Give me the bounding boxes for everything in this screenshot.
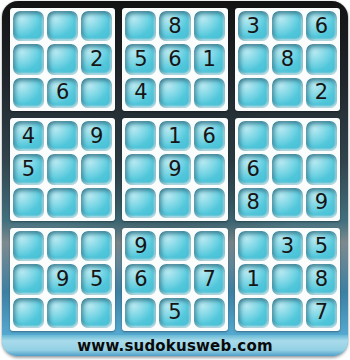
cell-r3c1[interactable]	[13, 78, 44, 108]
cell-r8c3[interactable]: 5	[81, 264, 112, 294]
cell-r9c4[interactable]	[125, 298, 156, 328]
block-2-2: 169	[122, 118, 227, 221]
cell-r6c1[interactable]	[13, 188, 44, 218]
cell-r9c5[interactable]: 5	[159, 298, 190, 328]
cell-r1c2[interactable]	[47, 11, 78, 41]
cell-r7c2[interactable]	[47, 231, 78, 261]
cell-r4c9[interactable]	[306, 121, 337, 151]
cell-r1c4[interactable]	[125, 11, 156, 41]
cell-r7c1[interactable]	[13, 231, 44, 261]
cell-r3c4[interactable]: 4	[125, 78, 156, 108]
cell-r6c6[interactable]	[194, 188, 225, 218]
cell-r9c3[interactable]	[81, 298, 112, 328]
cell-r2c6[interactable]: 1	[194, 44, 225, 74]
cell-r4c5[interactable]: 1	[159, 121, 190, 151]
sudoku-widget: 2685614368249516968995967535187 www.sudo…	[2, 1, 348, 356]
cell-r5c5[interactable]: 9	[159, 154, 190, 184]
cell-r2c1[interactable]	[13, 44, 44, 74]
cell-r9c8[interactable]	[272, 298, 303, 328]
cell-r7c3[interactable]	[81, 231, 112, 261]
cell-r9c9[interactable]: 7	[306, 298, 337, 328]
cell-r2c8[interactable]: 8	[272, 44, 303, 74]
cell-r9c6[interactable]	[194, 298, 225, 328]
cell-r3c2[interactable]: 6	[47, 78, 78, 108]
cell-r3c7[interactable]	[238, 78, 269, 108]
website-url-label: www.sudokusweb.com	[77, 337, 272, 355]
cell-r5c8[interactable]	[272, 154, 303, 184]
cell-r7c5[interactable]	[159, 231, 190, 261]
cell-r2c7[interactable]	[238, 44, 269, 74]
cell-r3c9[interactable]: 2	[306, 78, 337, 108]
cell-r8c6[interactable]: 7	[194, 264, 225, 294]
cell-r1c3[interactable]	[81, 11, 112, 41]
block-1-2: 85614	[122, 8, 227, 111]
cell-r6c8[interactable]	[272, 188, 303, 218]
cell-r2c4[interactable]: 5	[125, 44, 156, 74]
cell-r7c6[interactable]	[194, 231, 225, 261]
block-3-2: 9675	[122, 228, 227, 331]
cell-r8c5[interactable]	[159, 264, 190, 294]
block-3-3: 35187	[235, 228, 340, 331]
cell-r4c8[interactable]	[272, 121, 303, 151]
cell-r5c7[interactable]: 6	[238, 154, 269, 184]
cell-r4c7[interactable]	[238, 121, 269, 151]
cell-r4c1[interactable]: 4	[13, 121, 44, 151]
cell-r1c7[interactable]: 3	[238, 11, 269, 41]
cell-r6c2[interactable]	[47, 188, 78, 218]
block-1-1: 26	[10, 8, 115, 111]
cell-r7c7[interactable]	[238, 231, 269, 261]
cell-r1c5[interactable]: 8	[159, 11, 190, 41]
cell-r6c4[interactable]	[125, 188, 156, 218]
cell-r9c1[interactable]	[13, 298, 44, 328]
cell-r2c9[interactable]	[306, 44, 337, 74]
cell-r5c9[interactable]	[306, 154, 337, 184]
cell-r5c2[interactable]	[47, 154, 78, 184]
cell-r4c2[interactable]	[47, 121, 78, 151]
cell-r1c8[interactable]	[272, 11, 303, 41]
cell-r8c1[interactable]	[13, 264, 44, 294]
cell-r5c4[interactable]	[125, 154, 156, 184]
cell-r8c7[interactable]: 1	[238, 264, 269, 294]
block-2-1: 495	[10, 118, 115, 221]
cell-r9c7[interactable]	[238, 298, 269, 328]
cell-r7c4[interactable]: 9	[125, 231, 156, 261]
cell-r6c3[interactable]	[81, 188, 112, 218]
cell-r8c8[interactable]	[272, 264, 303, 294]
cell-r6c5[interactable]	[159, 188, 190, 218]
cell-r8c2[interactable]: 9	[47, 264, 78, 294]
sudoku-board: 2685614368249516968995967535187	[10, 8, 340, 331]
block-2-3: 689	[235, 118, 340, 221]
cell-r2c3[interactable]: 2	[81, 44, 112, 74]
cell-r5c3[interactable]	[81, 154, 112, 184]
block-3-1: 95	[10, 228, 115, 331]
cell-r8c9[interactable]: 8	[306, 264, 337, 294]
cell-r9c2[interactable]	[47, 298, 78, 328]
cell-r1c6[interactable]	[194, 11, 225, 41]
cell-r6c9[interactable]: 9	[306, 188, 337, 218]
cell-r4c3[interactable]: 9	[81, 121, 112, 151]
cell-r1c9[interactable]: 6	[306, 11, 337, 41]
cell-r2c5[interactable]: 6	[159, 44, 190, 74]
cell-r3c5[interactable]	[159, 78, 190, 108]
block-1-3: 3682	[235, 8, 340, 111]
cell-r7c9[interactable]: 5	[306, 231, 337, 261]
cell-r3c3[interactable]	[81, 78, 112, 108]
cell-r5c1[interactable]: 5	[13, 154, 44, 184]
cell-r4c6[interactable]: 6	[194, 121, 225, 151]
cell-r5c6[interactable]	[194, 154, 225, 184]
cell-r7c8[interactable]: 3	[272, 231, 303, 261]
cell-r4c4[interactable]	[125, 121, 156, 151]
cell-r6c7[interactable]: 8	[238, 188, 269, 218]
cell-r3c8[interactable]	[272, 78, 303, 108]
cell-r2c2[interactable]	[47, 44, 78, 74]
cell-r1c1[interactable]	[13, 11, 44, 41]
cell-r3c6[interactable]	[194, 78, 225, 108]
cell-r8c4[interactable]: 6	[125, 264, 156, 294]
footer-bar: www.sudokusweb.com	[2, 335, 348, 356]
